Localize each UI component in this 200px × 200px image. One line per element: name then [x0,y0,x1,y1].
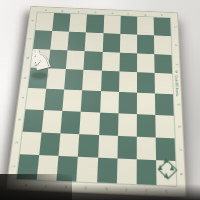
square-h7[interactable] [154,35,172,54]
square-c5[interactable] [64,69,83,90]
coordinate-label: 8 [31,20,34,22]
coordinate-label: 3 [125,187,127,191]
coordinate-label: 3 [18,119,22,121]
brand-text: © QuickChess [174,69,180,96]
square-h5[interactable] [154,73,172,94]
square-a1[interactable] [17,154,39,179]
square-f2[interactable] [117,135,137,159]
square-e1[interactable] [97,158,118,183]
square-d4[interactable] [81,90,100,112]
square-c1[interactable] [57,156,78,181]
square-g4[interactable] [137,93,156,115]
coordinate-label: e [111,12,113,15]
square-f7[interactable] [120,34,137,53]
chess-mat: abcdefgh876543218765432112345678 © Quick… [5,6,186,198]
coordinate-label: 3 [174,63,177,65]
coordinate-label: d [95,11,97,14]
photo-of-chess-board: abcdefgh876543218765432112345678 © Quick… [0,0,200,200]
coordinate-label: 6 [177,126,180,128]
square-e7[interactable] [102,33,120,52]
square-h6[interactable] [154,54,172,74]
coordinate-label: 6 [65,185,68,189]
coordinate-label: c [78,10,80,13]
corner-logo: ♟ ♟ ♟ ♟ [156,157,177,182]
coordinate-label: h [161,14,163,17]
square-a2[interactable] [20,131,42,155]
coordinate-label: 7 [28,38,31,40]
coordinate-label: 5 [23,77,26,79]
square-a8[interactable] [35,12,54,30]
square-d6[interactable] [84,51,103,71]
coordinate-label: 2 [145,188,147,192]
coordinate-label: 8 [25,183,28,187]
square-g7[interactable] [137,34,154,53]
coordinate-label: 4 [105,187,107,191]
square-d8[interactable] [86,14,104,32]
coordinate-label: g [144,13,146,16]
coordinate-label: 1 [173,26,176,28]
square-a4[interactable] [26,88,47,110]
coordinate-label: 2 [15,141,19,143]
square-d2[interactable] [78,134,98,158]
square-e6[interactable] [101,51,119,71]
coordinate-label: 2 [174,44,177,46]
square-h8[interactable] [154,17,171,36]
coordinate-label: a [45,9,47,12]
square-f6[interactable] [119,52,137,72]
square-b8[interactable] [52,13,70,31]
square-f1[interactable] [116,159,136,184]
square-d1[interactable] [77,157,98,182]
square-b4[interactable] [44,89,64,111]
square-d3[interactable] [80,111,100,134]
coordinate-label: 1 [165,189,167,193]
square-g2[interactable] [136,136,155,160]
square-c7[interactable] [68,31,86,50]
square-g1[interactable] [136,160,156,185]
square-b1[interactable] [37,155,59,180]
square-g8[interactable] [137,17,154,36]
square-e4[interactable] [100,91,119,113]
square-e8[interactable] [103,15,120,33]
square-c2[interactable] [59,133,80,157]
square-g3[interactable] [137,114,156,137]
square-c8[interactable] [69,14,87,32]
square-f3[interactable] [118,113,137,136]
square-f8[interactable] [120,16,137,34]
square-b3[interactable] [42,110,63,133]
coordinate-label: 4 [20,97,24,99]
pawn-silhouette-icon: ♟ [157,164,163,171]
square-f4[interactable] [118,92,137,114]
pawn-silhouette-icon: ♟ [169,165,175,172]
coordinate-label: 5 [85,186,88,190]
square-f5[interactable] [119,72,137,93]
square-c3[interactable] [61,111,81,134]
square-h3[interactable] [155,115,174,138]
coordinate-label: b [62,9,64,12]
square-g6[interactable] [137,53,155,73]
square-e3[interactable] [99,112,118,135]
coordinate-label: 7 [45,184,48,188]
square-e5[interactable] [101,71,120,92]
coordinate-label: 7 [178,148,182,150]
square-h4[interactable] [155,93,174,115]
chess-board-grid [17,12,176,186]
square-c4[interactable] [63,90,83,112]
coordinate-label: 5 [176,104,179,106]
coordinate-label: 8 [179,172,183,174]
pawn-silhouette-icon: ♟ [163,172,169,179]
square-a3[interactable] [23,109,44,132]
square-b2[interactable] [39,132,60,156]
square-d5[interactable] [82,70,101,91]
coordinate-label: 1 [11,165,15,167]
coordinate-label: f [127,12,128,15]
square-d7[interactable] [85,32,103,51]
square-g5[interactable] [137,72,155,93]
square-e2[interactable] [98,135,118,159]
square-c6[interactable] [66,50,85,70]
